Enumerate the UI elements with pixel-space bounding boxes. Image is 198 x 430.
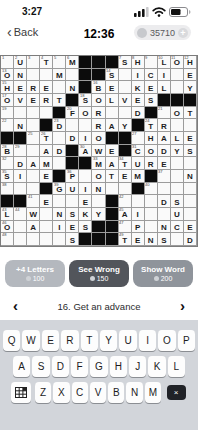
- cell-letter: S: [171, 195, 183, 207]
- cell-letter: R: [40, 94, 52, 106]
- cell-letter: W: [92, 145, 104, 157]
- cell-letter: T: [145, 119, 157, 131]
- grid-cell[interactable]: 5: [53, 56, 66, 69]
- chevron-left-icon: ‹: [7, 26, 12, 38]
- grid-cell[interactable]: A: [27, 221, 40, 234]
- grid-cell[interactable]: [40, 221, 53, 234]
- grid-cell[interactable]: O: [92, 94, 105, 107]
- clue-number: 47: [119, 221, 124, 225]
- next-clue-button[interactable]: ›: [180, 299, 185, 313]
- grid-cell[interactable]: D: [66, 132, 79, 145]
- coin-icon: [154, 276, 159, 281]
- black-cell: [171, 94, 184, 107]
- grid-cell[interactable]: 25: [27, 132, 40, 145]
- grid-cell[interactable]: [171, 69, 184, 82]
- grid-cell[interactable]: 49T: [119, 233, 132, 246]
- key-n[interactable]: N: [126, 382, 142, 403]
- grid-cell[interactable]: K: [132, 81, 145, 94]
- grid-cell[interactable]: U: [171, 208, 184, 221]
- black-cell: [79, 157, 92, 170]
- key-q[interactable]: Q: [3, 330, 20, 351]
- grid-cell[interactable]: R: [145, 157, 158, 170]
- cell-letter: E: [79, 195, 91, 207]
- cell-letter: R: [27, 81, 39, 93]
- grid-cell[interactable]: R: [27, 81, 40, 94]
- grid-cell[interactable]: E: [40, 195, 53, 208]
- grid-cell[interactable]: E: [106, 81, 119, 94]
- cell-letter: C: [132, 145, 144, 157]
- cell-letter: Y: [171, 145, 183, 157]
- key-c[interactable]: C: [72, 382, 88, 403]
- grid-cell[interactable]: [158, 183, 171, 196]
- cell-letter: A: [40, 145, 52, 157]
- grid-cell[interactable]: [171, 233, 184, 246]
- grid-cell[interactable]: [27, 119, 40, 132]
- grid-cell[interactable]: U: [66, 183, 79, 196]
- grid-cell[interactable]: D: [158, 195, 171, 208]
- grid-cell[interactable]: 40: [145, 183, 158, 196]
- black-cell: [79, 56, 92, 69]
- grid-cell[interactable]: E: [184, 132, 197, 145]
- grid-cell[interactable]: E: [27, 94, 40, 107]
- grid-cell[interactable]: 38: [1, 183, 14, 196]
- cell-letter: N: [158, 221, 170, 233]
- grid-cell[interactable]: [27, 183, 40, 196]
- grid-cell[interactable]: E: [145, 81, 158, 94]
- grid-cell[interactable]: E: [132, 233, 145, 246]
- grid-cell[interactable]: [40, 69, 53, 82]
- grid-cell[interactable]: 18S: [79, 94, 92, 107]
- grid-cell[interactable]: 16B: [92, 81, 105, 94]
- grid-cell[interactable]: 15H: [1, 81, 14, 94]
- grid-cell[interactable]: N: [14, 119, 27, 132]
- grid-cell[interactable]: C: [171, 221, 184, 234]
- grid-cell[interactable]: I: [14, 170, 27, 183]
- key-e[interactable]: E: [42, 330, 59, 351]
- cell-letter: E: [145, 81, 157, 93]
- key-o[interactable]: O: [158, 330, 175, 351]
- grid-cell[interactable]: 35S: [1, 170, 14, 183]
- key-t[interactable]: T: [81, 330, 98, 351]
- key-s[interactable]: S: [32, 356, 49, 377]
- cell-letter: O: [1, 94, 13, 106]
- black-cell: [119, 132, 132, 145]
- grid-cell[interactable]: A: [27, 157, 40, 170]
- cell-letter: T: [53, 94, 65, 106]
- grid-cell[interactable]: E: [106, 145, 119, 158]
- backspace-key[interactable]: ×: [165, 382, 187, 403]
- grid-cell[interactable]: 6M: [66, 56, 79, 69]
- black-cell: [92, 56, 105, 69]
- grid-cell[interactable]: 10L: [158, 56, 171, 69]
- grid-cell[interactable]: N: [66, 81, 79, 94]
- hint-cost: 150: [97, 275, 109, 282]
- cell-letter: L: [158, 81, 170, 93]
- grid-cell[interactable]: [119, 69, 132, 82]
- cell-letter: I: [14, 170, 26, 182]
- grid-cell[interactable]: 41: [27, 195, 40, 208]
- grid-cell[interactable]: [27, 170, 40, 183]
- grid-cell[interactable]: E: [158, 157, 171, 170]
- grid-cell[interactable]: Y: [119, 119, 132, 132]
- grid-cell[interactable]: S: [171, 195, 184, 208]
- key-w[interactable]: W: [22, 330, 39, 351]
- cell-letter: I: [132, 208, 144, 220]
- grid-cell[interactable]: [119, 81, 132, 94]
- key-i[interactable]: I: [139, 330, 156, 351]
- grid-cell[interactable]: N: [92, 183, 105, 196]
- grid-cell[interactable]: 17O: [1, 94, 14, 107]
- grid-cell[interactable]: I: [53, 221, 66, 234]
- cell-letter: E: [132, 233, 144, 245]
- grid-cell[interactable]: [40, 233, 53, 246]
- grid-cell[interactable]: E: [132, 94, 145, 107]
- key-g[interactable]: G: [90, 356, 107, 377]
- grid-cell[interactable]: 19: [1, 107, 14, 120]
- grid-cell[interactable]: 43L: [1, 208, 14, 221]
- grid-cell[interactable]: D: [14, 157, 27, 170]
- grid-cell[interactable]: 13O: [1, 69, 14, 82]
- key-a[interactable]: A: [13, 356, 30, 377]
- grid-cell[interactable]: R: [40, 94, 53, 107]
- grid-cell[interactable]: [79, 119, 92, 132]
- grid-cell[interactable]: [106, 107, 119, 120]
- grid-cell[interactable]: [27, 145, 40, 158]
- grid-cell[interactable]: H: [145, 132, 158, 145]
- grid-cell[interactable]: L: [171, 132, 184, 145]
- grid-cell[interactable]: [171, 170, 184, 183]
- grid-cell[interactable]: [92, 195, 105, 208]
- grid-cell[interactable]: [106, 183, 119, 196]
- grid-cell[interactable]: O: [92, 132, 105, 145]
- key-k[interactable]: K: [148, 356, 165, 377]
- wifi-icon: [152, 7, 166, 17]
- key-h[interactable]: H: [110, 356, 127, 377]
- key-u[interactable]: U: [119, 330, 136, 351]
- grid-cell[interactable]: 11O: [171, 56, 184, 69]
- grid-cell[interactable]: 32: [1, 157, 14, 170]
- grid-cell[interactable]: 23D: [53, 119, 66, 132]
- black-cell: [79, 69, 92, 82]
- cell-letter: V: [14, 94, 26, 106]
- grid-cell[interactable]: 12H: [184, 56, 197, 69]
- grid-cell[interactable]: [171, 157, 184, 170]
- black-cell: [145, 170, 158, 183]
- grid-cell[interactable]: M: [132, 170, 145, 183]
- grid-cell[interactable]: U: [132, 157, 145, 170]
- grid-cell[interactable]: [184, 195, 197, 208]
- grid-cell[interactable]: [40, 208, 53, 221]
- grid-cell[interactable]: V: [14, 94, 27, 107]
- grid-cell[interactable]: S: [66, 233, 79, 246]
- grid-cell[interactable]: [14, 107, 27, 120]
- grid-cell[interactable]: [53, 233, 66, 246]
- grid-cell[interactable]: 36P: [66, 170, 79, 183]
- grid-cell[interactable]: [184, 183, 197, 196]
- grid-cell[interactable]: 24T: [145, 119, 158, 132]
- grid-cell[interactable]: 28B: [1, 145, 14, 158]
- cell-letter: D: [158, 145, 170, 157]
- grid-cell[interactable]: W: [27, 208, 40, 221]
- nav-bar: ‹ Back 12:36 35710 +: [0, 24, 198, 44]
- grid-cell[interactable]: I: [158, 69, 171, 82]
- grid-cell[interactable]: [53, 195, 66, 208]
- grid-cell[interactable]: S: [79, 221, 92, 234]
- grid-cell[interactable]: [66, 119, 79, 132]
- grid-cell[interactable]: O: [171, 107, 184, 120]
- grid-cell[interactable]: 3: [27, 56, 40, 69]
- black-cell: [92, 221, 105, 234]
- grid-cell[interactable]: 48: [1, 233, 14, 246]
- grid-cell[interactable]: V: [119, 94, 132, 107]
- grid-cell[interactable]: O: [79, 107, 92, 120]
- cell-letter: E: [66, 221, 78, 233]
- cell-letter: R: [145, 157, 157, 169]
- grid-cell[interactable]: [145, 208, 158, 221]
- cell-letter: I: [79, 132, 91, 144]
- grid-cell[interactable]: [66, 69, 79, 82]
- grid-cell[interactable]: E: [184, 69, 197, 82]
- grid-cell[interactable]: 31C: [132, 145, 145, 158]
- grid-cell[interactable]: 33M: [92, 157, 105, 170]
- grid-cell[interactable]: R: [158, 119, 171, 132]
- cell-letter: U: [14, 56, 26, 68]
- grid-cell[interactable]: M: [53, 69, 66, 82]
- grid-cell[interactable]: A: [158, 132, 171, 145]
- grid-cell[interactable]: [171, 183, 184, 196]
- key-d[interactable]: D: [52, 356, 69, 377]
- grid-cell[interactable]: T: [53, 94, 66, 107]
- grid-cell[interactable]: [53, 157, 66, 170]
- grid-cell[interactable]: E: [40, 170, 53, 183]
- key-l[interactable]: L: [168, 356, 185, 377]
- grid-cell[interactable]: I: [132, 208, 145, 221]
- black-cell: [106, 132, 119, 145]
- cell-letter: S: [79, 94, 91, 106]
- key-b[interactable]: B: [108, 382, 124, 403]
- grid-cell[interactable]: W: [92, 145, 105, 158]
- grid-cell[interactable]: T: [184, 107, 197, 120]
- grid-cell[interactable]: A: [40, 145, 53, 158]
- grid-cell[interactable]: Y: [92, 208, 105, 221]
- grid-cell[interactable]: C: [145, 69, 158, 82]
- grid-cell[interactable]: [27, 107, 40, 120]
- grid-cell[interactable]: K: [79, 208, 92, 221]
- cell-letter: M: [92, 157, 104, 169]
- grid-cell[interactable]: 9: [145, 56, 158, 69]
- cell-letter: O: [92, 94, 104, 106]
- clue-number: 44: [15, 208, 20, 212]
- grid-cell[interactable]: O: [92, 170, 105, 183]
- grid-cell[interactable]: A: [106, 119, 119, 132]
- grid-cell[interactable]: 37: [158, 170, 171, 183]
- cell-letter: C: [145, 69, 157, 81]
- cell-letter: E: [184, 221, 196, 233]
- grid-cell[interactable]: R: [92, 119, 105, 132]
- grid-cell[interactable]: D: [158, 145, 171, 158]
- grid-cell[interactable]: [66, 195, 79, 208]
- grid-cell[interactable]: [27, 69, 40, 82]
- grid-cell[interactable]: I: [132, 69, 145, 82]
- grid-cell[interactable]: 29: [14, 145, 27, 158]
- grid-cell[interactable]: E: [40, 81, 53, 94]
- cell-letter: O: [1, 69, 13, 81]
- black-cell: [14, 195, 27, 208]
- grid-cell[interactable]: O: [145, 145, 158, 158]
- grid-cell[interactable]: L: [158, 81, 171, 94]
- add-letters-button[interactable]: +4 Letters 100: [5, 260, 65, 287]
- grid-cell[interactable]: 8H: [132, 56, 145, 69]
- grid-cell[interactable]: S: [66, 208, 79, 221]
- status-time: 3:27: [22, 6, 42, 17]
- previous-clue-button[interactable]: ‹: [13, 299, 18, 313]
- back-label: Back: [14, 26, 38, 38]
- black-cell: [106, 195, 119, 208]
- coin-icon: [26, 276, 31, 281]
- key-r[interactable]: R: [61, 330, 78, 351]
- grid-cell[interactable]: 14S: [106, 69, 119, 82]
- grid-cell[interactable]: [184, 157, 197, 170]
- grid-cell[interactable]: 22: [1, 119, 14, 132]
- black-cell: [40, 183, 53, 196]
- grid-cell[interactable]: A: [106, 157, 119, 170]
- grid-cell[interactable]: 34T: [119, 157, 132, 170]
- crossword-app-screen: 3:27 ‹ Back 12:36: [0, 0, 198, 430]
- grid-cell[interactable]: 2U: [14, 56, 27, 69]
- grid-cell[interactable]: [145, 195, 158, 208]
- key-j[interactable]: J: [129, 356, 146, 377]
- grid-cell[interactable]: [171, 119, 184, 132]
- grid-cell[interactable]: 47: [119, 221, 132, 234]
- grid-cell[interactable]: N: [145, 233, 158, 246]
- grid-cell[interactable]: [53, 132, 66, 145]
- grid-cell[interactable]: E: [184, 221, 197, 234]
- grid-cell[interactable]: [14, 233, 27, 246]
- clue-number: 25: [28, 132, 33, 136]
- grid-cell[interactable]: Y: [184, 81, 197, 94]
- keyboard: QWERTYUIOP ASDFGHJKL ZXCVBNM ×: [0, 320, 198, 430]
- grid-cell[interactable]: S: [158, 233, 171, 246]
- grid-cell[interactable]: 46O: [1, 221, 14, 234]
- grid-cell[interactable]: N: [53, 208, 66, 221]
- grid-cell[interactable]: 1: [1, 56, 14, 69]
- grid-cell[interactable]: 4T: [40, 56, 53, 69]
- grid-cell[interactable]: I: [79, 132, 92, 145]
- grid-cell[interactable]: 30A: [79, 145, 92, 158]
- grid-cell[interactable]: P: [132, 221, 145, 234]
- grid-cell[interactable]: 42: [119, 195, 132, 208]
- grid-cell[interactable]: [158, 208, 171, 221]
- cell-letter: N: [14, 119, 26, 131]
- grid-cell[interactable]: 39G: [53, 183, 66, 196]
- grid-cell[interactable]: 21: [158, 107, 171, 120]
- key-v[interactable]: V: [90, 382, 106, 403]
- grid-cell[interactable]: N: [184, 170, 197, 183]
- cell-letter: A: [27, 157, 39, 169]
- coins-pill[interactable]: 35710 +: [134, 25, 191, 40]
- grid-cell[interactable]: T: [106, 170, 119, 183]
- grid-cell[interactable]: 7S: [119, 56, 132, 69]
- grid-cell[interactable]: 45A: [119, 208, 132, 221]
- key-p[interactable]: P: [178, 330, 195, 351]
- clue-number: 42: [119, 195, 124, 199]
- back-button[interactable]: ‹ Back: [7, 26, 38, 38]
- grid-cell[interactable]: D: [132, 107, 145, 120]
- black-cell: [132, 119, 145, 132]
- grid-cell[interactable]: N: [158, 221, 171, 234]
- grid-cell[interactable]: S: [184, 145, 197, 158]
- cell-letter: K: [132, 81, 144, 93]
- grid-cell[interactable]: [27, 233, 40, 246]
- cell-letter: W: [27, 208, 39, 220]
- grid-cell[interactable]: D: [53, 145, 66, 158]
- grid-cell[interactable]: [119, 183, 132, 196]
- cell-letter: N: [53, 208, 65, 220]
- grid-cell[interactable]: S: [145, 94, 158, 107]
- grid-cell[interactable]: D: [184, 233, 197, 246]
- key-x[interactable]: X: [53, 382, 69, 403]
- grid-cell[interactable]: 44: [14, 208, 27, 221]
- grid-cell[interactable]: [53, 81, 66, 94]
- grid-cell[interactable]: Y: [171, 145, 184, 158]
- clue-number: 40: [145, 183, 150, 187]
- cell-letter: T: [106, 170, 118, 182]
- grid-cell[interactable]: E: [66, 221, 79, 234]
- grid-cell[interactable]: 20F: [66, 107, 79, 120]
- grid-cell[interactable]: E: [79, 195, 92, 208]
- grid-cell[interactable]: [40, 107, 53, 120]
- grid-cell[interactable]: [145, 221, 158, 234]
- grid-cell[interactable]: [14, 183, 27, 196]
- clue-number: 37: [158, 170, 163, 174]
- clue-number: 5: [54, 56, 56, 60]
- grid-cell[interactable]: 27: [132, 132, 145, 145]
- add-coins-icon[interactable]: +: [178, 28, 188, 38]
- grid-cell[interactable]: E: [14, 81, 27, 94]
- grid-cell[interactable]: M: [40, 157, 53, 170]
- grid-cell[interactable]: [184, 208, 197, 221]
- key-y[interactable]: Y: [100, 330, 117, 351]
- cell-letter: E: [40, 170, 52, 182]
- hint-buttons: +4 Letters 100 See Wrong 150 Show Word 2…: [5, 260, 193, 287]
- show-word-button[interactable]: Show Word 200: [133, 260, 193, 287]
- grid-cell[interactable]: E: [119, 170, 132, 183]
- cell-letter: T: [184, 107, 196, 119]
- cell-letter: M: [53, 69, 65, 81]
- grid-cell[interactable]: R: [92, 107, 105, 120]
- see-wrong-button[interactable]: See Wrong 150: [69, 260, 129, 287]
- key-m[interactable]: M: [145, 382, 161, 403]
- cell-letter: M: [66, 56, 78, 68]
- cell-letter: O: [171, 56, 183, 68]
- grid-cell[interactable]: [119, 107, 132, 120]
- grid-cell[interactable]: [14, 221, 27, 234]
- grid-cell[interactable]: N: [14, 69, 27, 82]
- cell-letter: E: [40, 81, 52, 93]
- black-cell: [79, 233, 92, 246]
- keyboard-switch-key[interactable]: [11, 382, 31, 403]
- grid-cell[interactable]: [184, 119, 197, 132]
- grid-cell[interactable]: 26T: [40, 132, 53, 145]
- grid-cell[interactable]: [171, 81, 184, 94]
- grid-cell[interactable]: I: [79, 183, 92, 196]
- key-z[interactable]: Z: [35, 382, 51, 403]
- grid-cell[interactable]: [79, 170, 92, 183]
- key-f[interactable]: F: [71, 356, 88, 377]
- cell-letter: I: [79, 183, 91, 195]
- grid-cell[interactable]: [132, 195, 145, 208]
- grid-cell[interactable]: L: [106, 94, 119, 107]
